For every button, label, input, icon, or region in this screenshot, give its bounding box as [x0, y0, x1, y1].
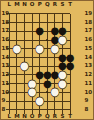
- cell-N14[interactable]: [21, 53, 29, 62]
- cell-L9[interactable]: [6, 97, 14, 106]
- cell-R10[interactable]: ●: [51, 88, 59, 97]
- right-row-label-11: 11: [85, 81, 93, 87]
- cell-T11[interactable]: [66, 79, 74, 88]
- bottom-col-label-S: S: [61, 114, 65, 120]
- left-row-label-13: 13: [2, 64, 10, 70]
- left-row-label-19: 19: [2, 11, 10, 17]
- cell-M11[interactable]: [13, 79, 21, 88]
- hoshi-dot: [46, 91, 48, 93]
- bottom-col-label-N: N: [22, 114, 27, 120]
- right-row-label-13: 13: [85, 64, 93, 70]
- cell-O14[interactable]: [28, 53, 36, 62]
- top-col-label-M: M: [14, 2, 19, 8]
- cell-Q15[interactable]: [43, 44, 51, 53]
- top-col-label-Q: Q: [45, 2, 50, 8]
- cell-P13[interactable]: [36, 62, 44, 71]
- cell-P12[interactable]: ●: [36, 71, 44, 80]
- left-row-label-11: 11: [2, 81, 10, 87]
- hoshi-dot: [46, 39, 48, 41]
- right-row-label-12: 12: [85, 72, 93, 78]
- left-row-label-9: 9: [2, 99, 6, 105]
- right-row-label-10: 10: [85, 90, 93, 96]
- cell-T12[interactable]: [66, 71, 74, 80]
- cell-P14[interactable]: [36, 53, 44, 62]
- left-row-label-16: 16: [2, 37, 10, 43]
- cell-M13[interactable]: [13, 62, 21, 71]
- cell-R14[interactable]: [51, 53, 59, 62]
- cell-O9[interactable]: [28, 97, 36, 106]
- cell-P18[interactable]: [36, 18, 44, 27]
- cell-R9[interactable]: [51, 97, 59, 106]
- cell-O17[interactable]: [28, 27, 36, 36]
- right-row-label-17: 17: [85, 29, 93, 35]
- cell-S18[interactable]: [59, 18, 67, 27]
- cell-Q16[interactable]: [43, 36, 51, 45]
- top-col-label-T: T: [68, 2, 72, 8]
- cell-Q9[interactable]: [43, 97, 51, 106]
- left-row-label-8: 8: [2, 107, 6, 113]
- cell-N15[interactable]: [21, 44, 29, 53]
- right-row-label-15: 15: [85, 46, 93, 52]
- top-col-label-O: O: [30, 2, 35, 8]
- cell-M16[interactable]: [13, 36, 21, 45]
- cell-P11[interactable]: [36, 79, 44, 88]
- cell-N9[interactable]: [21, 97, 29, 106]
- cell-T13[interactable]: ●: [66, 62, 74, 71]
- cell-P16[interactable]: [36, 36, 44, 45]
- cell-M9[interactable]: [13, 97, 21, 106]
- cell-N12[interactable]: [21, 71, 29, 80]
- bottom-col-label-M: M: [14, 114, 19, 120]
- top-col-label-P: P: [38, 2, 42, 8]
- bottom-col-label-T: T: [68, 114, 72, 120]
- cell-N13[interactable]: ●: [21, 62, 29, 71]
- cell-Q12[interactable]: ●: [43, 71, 51, 80]
- cell-P17[interactable]: ●: [36, 27, 44, 36]
- bottom-col-label-L: L: [8, 114, 12, 120]
- cell-M12[interactable]: [13, 71, 21, 80]
- right-row-label-14: 14: [85, 55, 93, 61]
- left-row-label-12: 12: [2, 72, 10, 78]
- cell-R11[interactable]: [51, 79, 59, 88]
- right-row-label-8: 8: [85, 107, 89, 113]
- cell-P9[interactable]: ●: [36, 97, 44, 106]
- cell-M14[interactable]: [13, 53, 21, 62]
- right-row-label-9: 9: [85, 99, 89, 105]
- cell-P19[interactable]: [36, 10, 44, 19]
- cell-S17[interactable]: ●: [59, 27, 67, 36]
- cell-S9[interactable]: [59, 97, 67, 106]
- cell-O18[interactable]: [28, 18, 36, 27]
- cell-N16[interactable]: [21, 36, 29, 45]
- cell-R18[interactable]: [51, 18, 59, 27]
- cell-R16[interactable]: ●: [51, 36, 59, 45]
- cell-R17[interactable]: ●: [51, 27, 59, 36]
- cell-S13[interactable]: ●: [59, 62, 67, 71]
- cell-Q19[interactable]: [43, 10, 51, 19]
- cell-Q11[interactable]: ●: [43, 79, 51, 88]
- bottom-col-label-P: P: [38, 114, 42, 120]
- left-row-label-15: 15: [2, 46, 10, 52]
- cell-Q17[interactable]: [43, 27, 51, 36]
- top-col-label-S: S: [61, 2, 65, 8]
- left-row-label-10: 10: [2, 90, 10, 96]
- cell-S19[interactable]: [59, 10, 67, 19]
- go-board: ●●●●●●●●●●●●●●●●●●●●●●●: [6, 10, 74, 115]
- left-row-label-17: 17: [2, 29, 10, 35]
- right-row-label-18: 18: [85, 20, 93, 26]
- left-row-label-14: 14: [2, 55, 10, 61]
- cell-O11[interactable]: ●: [28, 79, 36, 88]
- top-col-label-N: N: [22, 2, 27, 8]
- cell-P15[interactable]: ●: [36, 44, 44, 53]
- cell-Q13[interactable]: [43, 62, 51, 71]
- cell-N10[interactable]: [21, 88, 29, 97]
- cell-M17[interactable]: [13, 27, 21, 36]
- cell-T14[interactable]: ●: [66, 53, 74, 62]
- cell-T18[interactable]: [66, 18, 74, 27]
- cell-Q18[interactable]: [43, 18, 51, 27]
- cell-S12[interactable]: ●: [59, 71, 67, 80]
- cell-Q14[interactable]: [43, 53, 51, 62]
- bottom-col-label-Q: Q: [45, 114, 50, 120]
- cell-S11[interactable]: ●: [59, 79, 67, 88]
- cell-R13[interactable]: [51, 62, 59, 71]
- right-row-label-16: 16: [85, 37, 93, 43]
- cell-O19[interactable]: [28, 10, 36, 19]
- cell-M19[interactable]: [13, 10, 21, 19]
- cell-O12[interactable]: [28, 71, 36, 80]
- top-col-label-R: R: [53, 2, 57, 8]
- cell-M18[interactable]: [13, 18, 21, 27]
- cell-N19[interactable]: [21, 10, 29, 19]
- top-col-label-L: L: [8, 2, 12, 8]
- cell-O15[interactable]: [28, 44, 36, 53]
- left-row-label-18: 18: [2, 20, 10, 26]
- cell-P10[interactable]: [36, 88, 44, 97]
- cell-T16[interactable]: [66, 36, 74, 45]
- cell-N11[interactable]: [21, 79, 29, 88]
- right-row-label-19: 19: [85, 11, 93, 17]
- bottom-col-label-O: O: [30, 114, 35, 120]
- cell-R12[interactable]: ●: [51, 71, 59, 80]
- cell-N18[interactable]: [21, 18, 29, 27]
- cell-T19[interactable]: [66, 10, 74, 19]
- cell-S15[interactable]: [59, 44, 67, 53]
- cell-S10[interactable]: [59, 88, 67, 97]
- cell-O13[interactable]: [28, 62, 36, 71]
- cell-N17[interactable]: [21, 27, 29, 36]
- cell-M10[interactable]: [13, 88, 21, 97]
- cell-R19[interactable]: [51, 10, 59, 19]
- bottom-col-label-R: R: [53, 114, 57, 120]
- cell-T9[interactable]: [66, 97, 74, 106]
- cell-M15[interactable]: ●: [13, 44, 21, 53]
- cell-O10[interactable]: ●: [28, 88, 36, 97]
- cell-O16[interactable]: [28, 36, 36, 45]
- cell-Q10[interactable]: [43, 88, 51, 97]
- go-diagram: ●●●●●●●●●●●●●●●●●●●●●●●LLMMNNOOPPQQRRSST…: [0, 0, 94, 120]
- cell-T17[interactable]: [66, 27, 74, 36]
- cell-T15[interactable]: [66, 44, 74, 53]
- cell-T10[interactable]: [66, 88, 74, 97]
- cell-S14[interactable]: ●: [59, 53, 67, 62]
- cell-S16[interactable]: ●: [59, 36, 67, 45]
- cell-R15[interactable]: ●: [51, 44, 59, 53]
